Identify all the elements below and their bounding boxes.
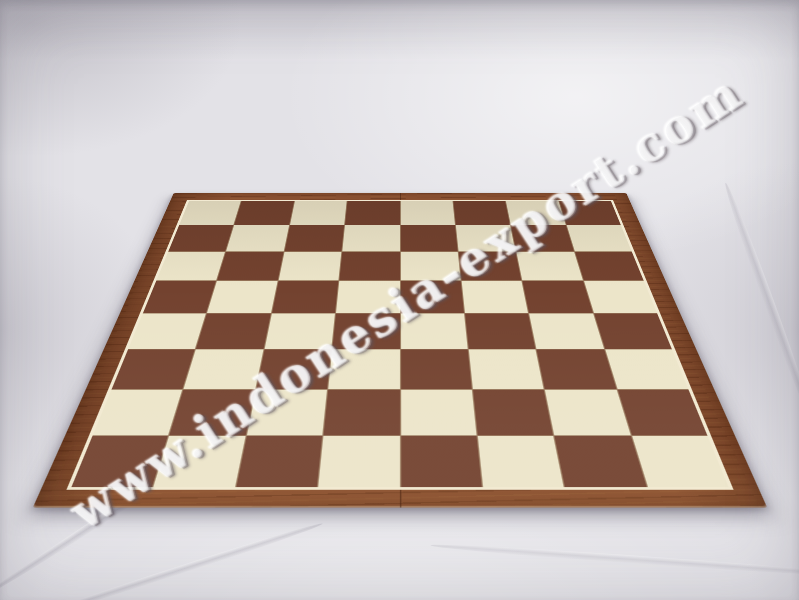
square-c1 — [236, 436, 322, 487]
square-c4 — [264, 313, 335, 349]
chessboard — [33, 193, 767, 507]
square-a5 — [143, 281, 216, 313]
square-d2 — [324, 390, 400, 435]
board-fold-seam-top — [400, 193, 401, 200]
square-b8 — [235, 201, 294, 225]
square-b6 — [217, 252, 283, 281]
fabric-crease — [430, 541, 799, 578]
square-d3 — [328, 349, 399, 389]
square-g6 — [517, 252, 583, 281]
square-f1 — [478, 436, 564, 487]
square-d4 — [332, 313, 399, 349]
square-h6 — [575, 252, 644, 281]
square-g7 — [511, 225, 573, 251]
fabric-crease — [721, 181, 799, 429]
square-e6 — [400, 252, 460, 281]
photo-backdrop: www.indonesia-export.com — [0, 0, 799, 600]
square-e1 — [401, 436, 482, 487]
board-pinstripe — [66, 200, 733, 490]
square-e3 — [401, 349, 472, 389]
square-f2 — [473, 390, 553, 435]
fabric-crease — [36, 520, 324, 600]
square-f4 — [465, 313, 536, 349]
square-c5 — [272, 281, 339, 313]
square-b2 — [170, 390, 255, 435]
square-d6 — [339, 252, 399, 281]
square-a8 — [179, 201, 241, 225]
square-h8 — [559, 201, 621, 225]
square-d5 — [336, 281, 399, 313]
square-h7 — [566, 225, 631, 251]
square-a6 — [156, 252, 225, 281]
square-g4 — [529, 313, 603, 349]
square-g8 — [506, 201, 565, 225]
square-h3 — [605, 349, 688, 389]
square-b5 — [207, 281, 277, 313]
square-a1 — [71, 436, 168, 487]
square-f7 — [456, 225, 516, 251]
square-b3 — [184, 349, 263, 389]
square-d8 — [345, 201, 399, 225]
square-g5 — [523, 281, 593, 313]
square-a3 — [112, 349, 195, 389]
square-b4 — [196, 313, 270, 349]
board-squares — [71, 201, 728, 487]
square-e8 — [400, 201, 454, 225]
square-e2 — [401, 390, 477, 435]
square-f8 — [453, 201, 510, 225]
square-c6 — [278, 252, 341, 281]
square-h4 — [594, 313, 672, 349]
square-h2 — [617, 390, 707, 435]
square-d1 — [318, 436, 399, 487]
square-f6 — [459, 252, 522, 281]
square-g2 — [545, 390, 630, 435]
square-c2 — [247, 390, 327, 435]
square-a7 — [168, 225, 233, 251]
square-f5 — [462, 281, 529, 313]
board-fold-seam-bottom — [399, 490, 400, 508]
square-h5 — [584, 281, 657, 313]
square-a2 — [93, 390, 183, 435]
square-g1 — [555, 436, 647, 487]
square-c3 — [256, 349, 331, 389]
square-c7 — [284, 225, 344, 251]
square-f3 — [469, 349, 544, 389]
square-e7 — [400, 225, 457, 251]
square-e5 — [400, 281, 463, 313]
square-h1 — [632, 436, 729, 487]
square-b1 — [154, 436, 246, 487]
square-g3 — [537, 349, 616, 389]
square-c8 — [290, 201, 347, 225]
square-a4 — [128, 313, 206, 349]
square-e4 — [401, 313, 468, 349]
square-d7 — [342, 225, 399, 251]
square-b7 — [226, 225, 288, 251]
